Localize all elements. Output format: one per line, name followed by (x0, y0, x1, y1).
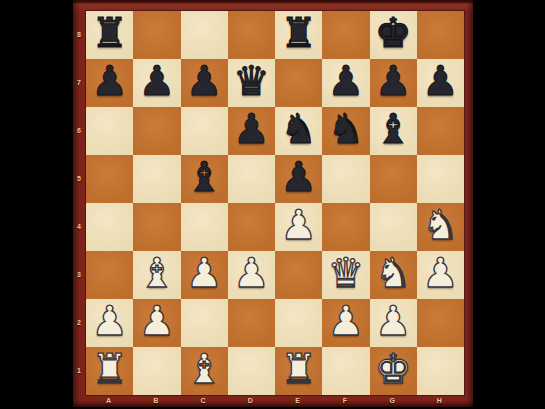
square-d6[interactable]: ♟ (228, 107, 275, 155)
square-a5[interactable] (86, 155, 133, 203)
square-f4[interactable] (322, 203, 369, 251)
square-g1[interactable]: ♚ (370, 347, 417, 395)
square-f5[interactable] (322, 155, 369, 203)
black-pawn-c7: ♟ (186, 61, 223, 102)
black-pawn-f7: ♟ (327, 61, 364, 102)
rank-labels: 87654321 (73, 10, 85, 394)
rank-label-1: 1 (73, 346, 85, 394)
black-pawn-h7: ♟ (422, 61, 459, 102)
rank-label-8: 8 (73, 10, 85, 58)
square-c2[interactable] (181, 299, 228, 347)
black-pawn-e5: ♟ (280, 157, 317, 198)
square-h1[interactable] (417, 347, 464, 395)
rank-label-3: 3 (73, 250, 85, 298)
square-d4[interactable] (228, 203, 275, 251)
white-pawn-g2: ♟ (375, 301, 412, 342)
square-e3[interactable] (275, 251, 322, 299)
square-e2[interactable] (275, 299, 322, 347)
white-pawn-e4: ♟ (280, 205, 317, 246)
square-h8[interactable] (417, 11, 464, 59)
white-knight-g3: ♞ (375, 253, 412, 294)
square-d1[interactable] (228, 347, 275, 395)
black-rook-a8: ♜ (91, 13, 128, 54)
square-g5[interactable] (370, 155, 417, 203)
square-b4[interactable] (133, 203, 180, 251)
square-d5[interactable] (228, 155, 275, 203)
square-e4[interactable]: ♟ (275, 203, 322, 251)
black-knight-e6: ♞ (280, 109, 317, 150)
black-pawn-b7: ♟ (138, 61, 175, 102)
black-pawn-g7: ♟ (375, 61, 412, 102)
white-rook-e1: ♜ (280, 349, 317, 390)
square-g7[interactable]: ♟ (370, 59, 417, 107)
square-f1[interactable] (322, 347, 369, 395)
rank-label-5: 5 (73, 154, 85, 202)
square-a2[interactable]: ♟ (86, 299, 133, 347)
square-f2[interactable]: ♟ (322, 299, 369, 347)
black-bishop-g6: ♝ (375, 109, 412, 150)
white-bishop-b3: ♝ (138, 253, 175, 294)
white-knight-h4: ♞ (422, 205, 459, 246)
square-g8[interactable]: ♚ (370, 11, 417, 59)
square-e8[interactable]: ♜ (275, 11, 322, 59)
white-pawn-b2: ♟ (138, 301, 175, 342)
square-a8[interactable]: ♜ (86, 11, 133, 59)
rank-label-4: 4 (73, 202, 85, 250)
square-c8[interactable] (181, 11, 228, 59)
square-a7[interactable]: ♟ (86, 59, 133, 107)
square-c6[interactable] (181, 107, 228, 155)
chess-board: ♜♜♚♟♟♟♛♟♟♟♟♞♞♝♝♟♟♞♝♟♟♛♞♟♟♟♟♟♜♝♜♚ (85, 10, 465, 396)
square-g3[interactable]: ♞ (370, 251, 417, 299)
square-b6[interactable] (133, 107, 180, 155)
square-c3[interactable]: ♟ (181, 251, 228, 299)
white-queen-f3: ♛ (327, 253, 364, 294)
square-e5[interactable]: ♟ (275, 155, 322, 203)
square-b2[interactable]: ♟ (133, 299, 180, 347)
square-f3[interactable]: ♛ (322, 251, 369, 299)
square-c1[interactable]: ♝ (181, 347, 228, 395)
square-h3[interactable]: ♟ (417, 251, 464, 299)
square-h7[interactable]: ♟ (417, 59, 464, 107)
black-knight-f6: ♞ (327, 109, 364, 150)
square-c4[interactable] (181, 203, 228, 251)
rank-label-2: 2 (73, 298, 85, 346)
square-b7[interactable]: ♟ (133, 59, 180, 107)
square-d7[interactable]: ♛ (228, 59, 275, 107)
square-b1[interactable] (133, 347, 180, 395)
square-g4[interactable] (370, 203, 417, 251)
square-f7[interactable]: ♟ (322, 59, 369, 107)
square-g2[interactable]: ♟ (370, 299, 417, 347)
white-pawn-d3: ♟ (233, 253, 270, 294)
white-bishop-c1: ♝ (186, 349, 223, 390)
white-pawn-c3: ♟ (186, 253, 223, 294)
square-f8[interactable] (322, 11, 369, 59)
square-f6[interactable]: ♞ (322, 107, 369, 155)
white-king-g1: ♚ (375, 349, 412, 390)
black-rook-e8: ♜ (280, 13, 317, 54)
square-b5[interactable] (133, 155, 180, 203)
chess-app: 87654321 ABCDEFGH ♜♜♚♟♟♟♛♟♟♟♟♞♞♝♝♟♟♞♝♟♟♛… (0, 0, 545, 409)
black-bishop-c5: ♝ (186, 157, 223, 198)
white-pawn-f2: ♟ (327, 301, 364, 342)
board-frame: 87654321 ABCDEFGH ♜♜♚♟♟♟♛♟♟♟♟♞♞♝♝♟♟♞♝♟♟♛… (73, 0, 473, 407)
rank-label-7: 7 (73, 58, 85, 106)
square-h6[interactable] (417, 107, 464, 155)
square-g6[interactable]: ♝ (370, 107, 417, 155)
white-pawn-a2: ♟ (91, 301, 128, 342)
square-a4[interactable] (86, 203, 133, 251)
square-e1[interactable]: ♜ (275, 347, 322, 395)
square-a3[interactable] (86, 251, 133, 299)
black-king-g8: ♚ (375, 13, 412, 54)
white-pawn-h3: ♟ (422, 253, 459, 294)
square-c5[interactable]: ♝ (181, 155, 228, 203)
square-e7[interactable] (275, 59, 322, 107)
black-queen-d7: ♛ (233, 61, 270, 102)
square-h2[interactable] (417, 299, 464, 347)
white-rook-a1: ♜ (91, 349, 128, 390)
square-h5[interactable] (417, 155, 464, 203)
square-h4[interactable]: ♞ (417, 203, 464, 251)
square-a1[interactable]: ♜ (86, 347, 133, 395)
black-pawn-d6: ♟ (233, 109, 270, 150)
square-d3[interactable]: ♟ (228, 251, 275, 299)
black-pawn-a7: ♟ (91, 61, 128, 102)
rank-label-6: 6 (73, 106, 85, 154)
square-b8[interactable] (133, 11, 180, 59)
square-b3[interactable]: ♝ (133, 251, 180, 299)
square-a6[interactable] (86, 107, 133, 155)
square-d8[interactable] (228, 11, 275, 59)
square-d2[interactable] (228, 299, 275, 347)
square-c7[interactable]: ♟ (181, 59, 228, 107)
square-e6[interactable]: ♞ (275, 107, 322, 155)
